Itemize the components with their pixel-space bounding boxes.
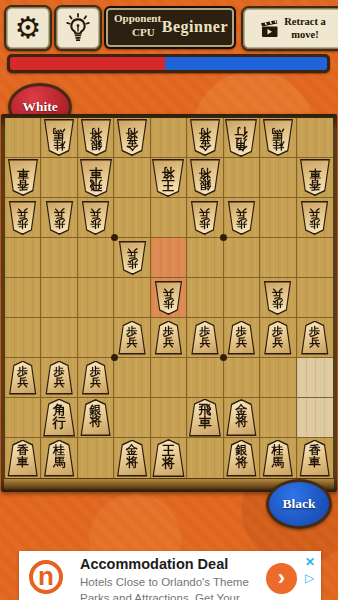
- star-point: [111, 354, 118, 361]
- board-square[interactable]: 歩兵: [187, 318, 223, 358]
- piece-bL[interactable]: 香車: [299, 440, 331, 477]
- board-square[interactable]: [41, 158, 77, 198]
- piece-bG[interactable]: 金将: [116, 440, 148, 477]
- piece-bP[interactable]: 歩兵: [300, 321, 329, 355]
- board-square[interactable]: 歩兵: [41, 198, 77, 238]
- piece-bP[interactable]: 歩兵: [45, 361, 74, 395]
- board-square[interactable]: 銀将: [78, 398, 114, 438]
- white-advantage-segment: [10, 57, 165, 70]
- board-square[interactable]: 飛車: [78, 158, 114, 198]
- board-square[interactable]: 歩兵: [297, 318, 333, 358]
- board-square[interactable]: 香車: [297, 158, 333, 198]
- board-square[interactable]: 歩兵: [5, 198, 41, 238]
- piece-bL[interactable]: 香車: [7, 440, 39, 477]
- piece-bP[interactable]: 歩兵: [118, 321, 147, 355]
- board-square[interactable]: [224, 278, 260, 318]
- board-square[interactable]: [224, 358, 260, 398]
- piece-bP[interactable]: 歩兵: [81, 361, 110, 395]
- piece-bS[interactable]: 銀将: [225, 440, 257, 477]
- board-square[interactable]: [151, 198, 187, 238]
- piece-wP[interactable]: 歩兵: [45, 201, 74, 235]
- board-square[interactable]: 桂馬: [260, 118, 296, 158]
- lightbulb-icon: [64, 13, 92, 43]
- board-square[interactable]: 歩兵: [78, 358, 114, 398]
- board-square[interactable]: [78, 278, 114, 318]
- opponent-type: CPU: [132, 26, 155, 38]
- board-square[interactable]: [260, 158, 296, 198]
- board-square[interactable]: 歩兵: [187, 198, 223, 238]
- board-square[interactable]: [187, 238, 223, 278]
- piece-wK[interactable]: 王将: [151, 159, 185, 197]
- board-square[interactable]: [187, 358, 223, 398]
- board-square[interactable]: [5, 398, 41, 438]
- piece-bP[interactable]: 歩兵: [154, 321, 183, 355]
- board-square[interactable]: [5, 278, 41, 318]
- piece-wG[interactable]: 金将: [116, 119, 148, 156]
- board-square[interactable]: [114, 278, 150, 318]
- piece-bN[interactable]: 桂馬: [262, 440, 294, 477]
- board-square[interactable]: 歩兵: [260, 278, 296, 318]
- clapperboard-icon: [260, 19, 280, 38]
- piece-bB[interactable]: 角行: [42, 399, 76, 437]
- board-square[interactable]: [78, 438, 114, 478]
- piece-wP[interactable]: 歩兵: [81, 201, 110, 235]
- board-square[interactable]: [297, 398, 333, 438]
- piece-wL[interactable]: 香車: [7, 159, 39, 196]
- piece-wG[interactable]: 金将: [189, 119, 221, 156]
- board-square[interactable]: [260, 358, 296, 398]
- piece-bK[interactable]: 王将: [151, 439, 185, 477]
- board-square[interactable]: 香車: [297, 438, 333, 478]
- board-square[interactable]: 歩兵: [297, 198, 333, 238]
- ad-cta-button[interactable]: ›: [266, 563, 297, 594]
- piece-bR[interactable]: 飛車: [188, 399, 222, 437]
- board-square[interactable]: [114, 198, 150, 238]
- board-square[interactable]: 角行: [41, 398, 77, 438]
- hint-button[interactable]: [54, 5, 102, 51]
- board-square[interactable]: [297, 278, 333, 318]
- board-square[interactable]: [5, 238, 41, 278]
- star-point: [220, 234, 227, 241]
- settings-button[interactable]: ⚙: [4, 5, 52, 51]
- board-square[interactable]: 歩兵: [224, 318, 260, 358]
- board-square[interactable]: [41, 318, 77, 358]
- piece-bG[interactable]: 金将: [225, 399, 257, 436]
- advantage-bar: [7, 54, 330, 73]
- black-player-label: Black: [282, 496, 315, 512]
- piece-wN[interactable]: 桂馬: [262, 119, 294, 156]
- board-square[interactable]: 銀将: [78, 118, 114, 158]
- piece-wP[interactable]: 歩兵: [227, 201, 256, 235]
- retract-move-button[interactable]: Retract a move!: [241, 6, 338, 51]
- retract-label: Retract a move!: [284, 16, 326, 40]
- piece-bP[interactable]: 歩兵: [263, 321, 292, 355]
- board-square[interactable]: [260, 198, 296, 238]
- board-square[interactable]: [41, 238, 77, 278]
- piece-wN[interactable]: 桂馬: [43, 119, 75, 156]
- opponent-panel[interactable]: Opponent CPU Beginner: [104, 6, 236, 49]
- board-square[interactable]: 香車: [5, 158, 41, 198]
- black-player-badge: Black: [266, 479, 332, 529]
- piece-bP[interactable]: 歩兵: [227, 321, 256, 355]
- board-square[interactable]: 香車: [5, 438, 41, 478]
- star-point: [220, 354, 227, 361]
- piece-bP[interactable]: 歩兵: [8, 361, 37, 395]
- board-square[interactable]: [5, 118, 41, 158]
- board-square[interactable]: 歩兵: [151, 318, 187, 358]
- board-square[interactable]: [151, 118, 187, 158]
- board-square[interactable]: 金将: [224, 398, 260, 438]
- board-square[interactable]: 歩兵: [78, 198, 114, 238]
- ad-logo: n: [29, 560, 63, 594]
- piece-bS[interactable]: 銀将: [80, 399, 112, 436]
- board-square[interactable]: 銀将: [187, 158, 223, 198]
- board-square[interactable]: [260, 398, 296, 438]
- board-square[interactable]: [297, 118, 333, 158]
- piece-wP[interactable]: 歩兵: [190, 201, 219, 235]
- board-square[interactable]: 金将: [114, 438, 150, 478]
- board-square[interactable]: [187, 278, 223, 318]
- black-advantage-segment: [165, 57, 327, 70]
- board-square[interactable]: 歩兵: [5, 358, 41, 398]
- board-square[interactable]: 金将: [114, 118, 150, 158]
- piece-bN[interactable]: 桂馬: [43, 440, 75, 477]
- board-square[interactable]: [114, 158, 150, 198]
- board-square[interactable]: 桂馬: [260, 438, 296, 478]
- board-square[interactable]: 歩兵: [260, 318, 296, 358]
- piece-wP[interactable]: 歩兵: [300, 201, 329, 235]
- piece-wR[interactable]: 飛車: [79, 159, 113, 197]
- board-square[interactable]: 金将: [187, 118, 223, 158]
- board-square[interactable]: 歩兵: [41, 358, 77, 398]
- opponent-label: Opponent: [114, 12, 161, 24]
- gear-icon: ⚙: [15, 13, 42, 43]
- board-square[interactable]: 歩兵: [224, 198, 260, 238]
- ad-close-icon[interactable]: ✕: [305, 555, 315, 569]
- board-square[interactable]: [78, 318, 114, 358]
- board-square[interactable]: 桂馬: [41, 118, 77, 158]
- board-square[interactable]: 王将: [151, 158, 187, 198]
- board-square[interactable]: [151, 238, 187, 278]
- board-square[interactable]: [224, 158, 260, 198]
- shogi-board: 桂馬銀将金将金将角行桂馬香車飛車王将銀将香車歩兵歩兵歩兵歩兵歩兵歩兵歩兵歩兵歩兵…: [1, 114, 337, 492]
- piece-wP[interactable]: 歩兵: [154, 281, 183, 315]
- board-square[interactable]: [41, 278, 77, 318]
- board-square[interactable]: [187, 438, 223, 478]
- board-square[interactable]: 角行: [224, 118, 260, 158]
- board-square[interactable]: 銀将: [224, 438, 260, 478]
- ad-body-line1: Hotels Close to Orlando's Theme: [80, 576, 249, 588]
- board-square[interactable]: [5, 318, 41, 358]
- board-square[interactable]: [114, 358, 150, 398]
- board-square[interactable]: [260, 238, 296, 278]
- board-square[interactable]: [114, 398, 150, 438]
- star-point: [111, 234, 118, 241]
- ad-title: Accommodation Deal: [80, 556, 228, 572]
- white-player-label: White: [22, 99, 57, 115]
- piece-wP[interactable]: 歩兵: [263, 281, 292, 315]
- board-square[interactable]: [297, 358, 333, 398]
- piece-wS[interactable]: 銀将: [189, 159, 221, 196]
- board-square[interactable]: 歩兵: [114, 238, 150, 278]
- piece-bP[interactable]: 歩兵: [190, 321, 219, 355]
- board-square[interactable]: 歩兵: [151, 278, 187, 318]
- piece-wP[interactable]: 歩兵: [118, 241, 147, 275]
- board-square[interactable]: 飛車: [187, 398, 223, 438]
- board-square[interactable]: [78, 238, 114, 278]
- ad-banner[interactable]: n Accommodation Deal Hotels Close to Orl…: [19, 551, 321, 600]
- board-square[interactable]: [297, 238, 333, 278]
- board-square[interactable]: [224, 238, 260, 278]
- board-square[interactable]: 王将: [151, 438, 187, 478]
- board-square[interactable]: 歩兵: [114, 318, 150, 358]
- opponent-level: Beginner: [162, 18, 228, 36]
- ad-body-line2: Parks and Attractions. Get Your: [80, 592, 240, 600]
- board-square[interactable]: [151, 398, 187, 438]
- piece-wS[interactable]: 銀将: [80, 119, 112, 156]
- piece-wB[interactable]: 角行: [224, 119, 258, 157]
- piece-wP[interactable]: 歩兵: [8, 201, 37, 235]
- board-grid: 桂馬銀将金将金将角行桂馬香車飛車王将銀将香車歩兵歩兵歩兵歩兵歩兵歩兵歩兵歩兵歩兵…: [5, 118, 333, 478]
- board-square[interactable]: [151, 358, 187, 398]
- ad-choices-icon[interactable]: ▷: [305, 571, 314, 585]
- piece-wL[interactable]: 香車: [299, 159, 331, 196]
- board-square[interactable]: 桂馬: [41, 438, 77, 478]
